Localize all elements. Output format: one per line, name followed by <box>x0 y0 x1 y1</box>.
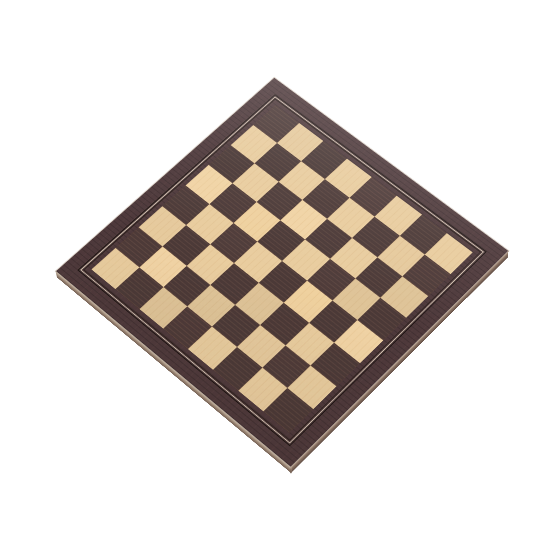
camera-roll-wrapper <box>0 0 560 560</box>
perspective-scene <box>0 0 560 560</box>
board-squares <box>91 105 472 433</box>
product-photo <box>0 0 560 560</box>
chess-board <box>56 78 508 467</box>
square-r3c7[interactable] <box>358 298 407 340</box>
